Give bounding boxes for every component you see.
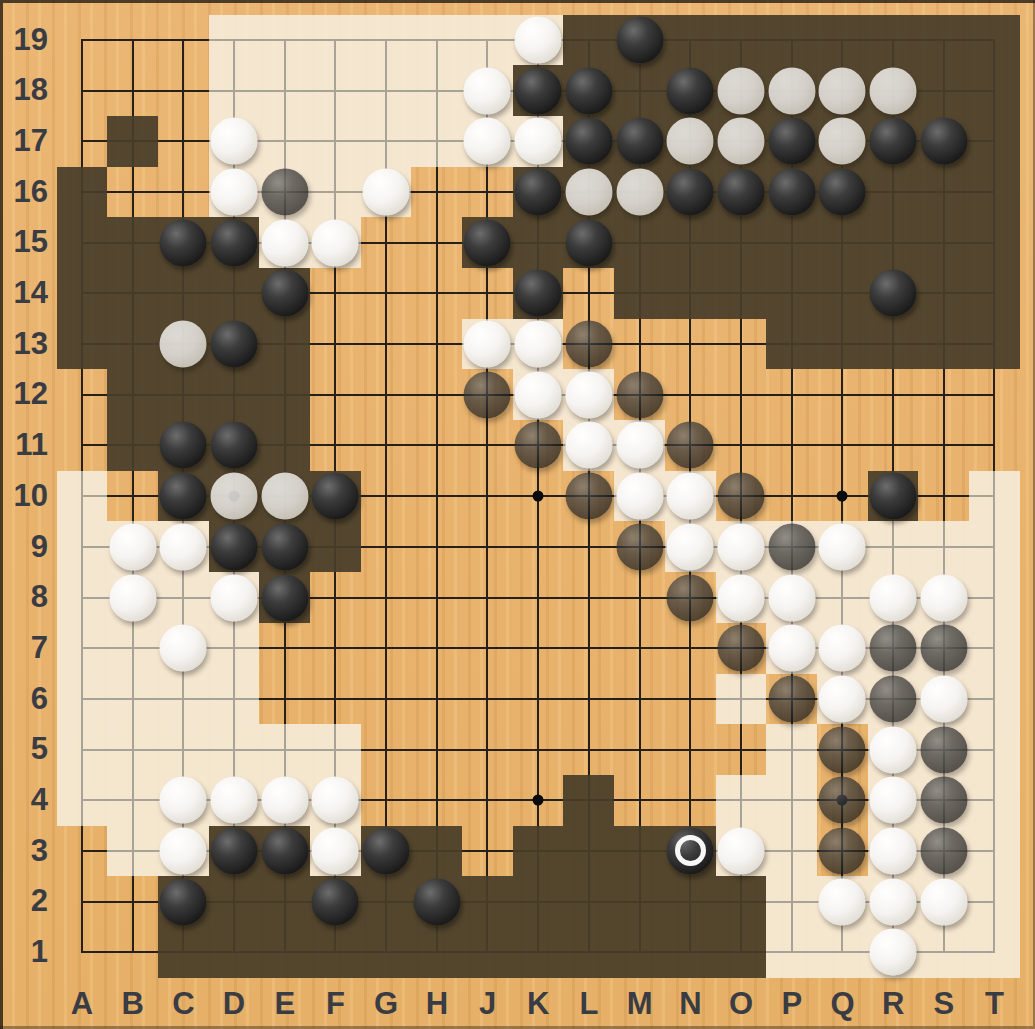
board-point-P16[interactable] [766,167,817,218]
board-point-G6[interactable] [361,674,412,725]
board-point-M14[interactable] [614,268,665,319]
board-point-S17[interactable] [918,116,969,167]
board-point-A6[interactable] [57,674,108,725]
board-point-A14[interactable] [57,268,108,319]
board-point-M16[interactable] [614,167,665,218]
board-point-A15[interactable] [57,217,108,268]
board-point-D4[interactable] [209,775,260,826]
board-point-M6[interactable] [614,674,665,725]
board-point-N19[interactable] [665,15,716,66]
board-point-B18[interactable] [107,65,158,116]
board-point-S14[interactable] [918,268,969,319]
board-point-D19[interactable] [209,15,260,66]
board-point-B16[interactable] [107,167,158,218]
board-point-J3[interactable] [462,826,513,877]
board-point-H6[interactable] [411,674,462,725]
board-point-Q3[interactable] [817,826,868,877]
board-point-M9[interactable] [614,521,665,572]
board-point-D6[interactable] [209,674,260,725]
board-point-N6[interactable] [665,674,716,725]
board-point-A17[interactable] [57,116,108,167]
board-point-J16[interactable] [462,167,513,218]
board-point-S1[interactable] [918,927,969,978]
board-point-F8[interactable] [310,572,361,623]
board-point-A12[interactable] [57,369,108,420]
board-point-E19[interactable] [259,15,310,66]
board-point-M15[interactable] [614,217,665,268]
board-point-M8[interactable] [614,572,665,623]
board-point-L16[interactable] [563,167,614,218]
board-point-D12[interactable] [209,369,260,420]
board-point-R18[interactable] [868,65,919,116]
board-point-K16[interactable] [513,167,564,218]
board-point-K15[interactable] [513,217,564,268]
board-point-P15[interactable] [766,217,817,268]
board-point-B3[interactable] [107,826,158,877]
board-point-M3[interactable] [614,826,665,877]
board-point-P18[interactable] [766,65,817,116]
board-point-D17[interactable] [209,116,260,167]
board-point-G8[interactable] [361,572,412,623]
board-point-R14[interactable] [868,268,919,319]
board-point-S8[interactable] [918,572,969,623]
board-point-C6[interactable] [158,674,209,725]
board-point-S3[interactable] [918,826,969,877]
board-point-L12[interactable] [563,369,614,420]
board-point-G10[interactable] [361,471,412,522]
board-point-N11[interactable] [665,420,716,471]
board-point-L2[interactable] [563,876,614,927]
board-point-B11[interactable] [107,420,158,471]
board-point-H8[interactable] [411,572,462,623]
board-point-J13[interactable] [462,319,513,370]
board-point-S7[interactable] [918,623,969,674]
board-point-J11[interactable] [462,420,513,471]
board-point-F4[interactable] [310,775,361,826]
board-point-O4[interactable] [716,775,767,826]
board-point-K6[interactable] [513,674,564,725]
board-point-H17[interactable] [411,116,462,167]
board-point-N1[interactable] [665,927,716,978]
board-point-M4[interactable] [614,775,665,826]
board-point-A7[interactable] [57,623,108,674]
board-point-S6[interactable] [918,674,969,725]
board-point-T18[interactable] [969,65,1020,116]
board-point-K5[interactable] [513,724,564,775]
board-point-C4[interactable] [158,775,209,826]
board-point-C9[interactable] [158,521,209,572]
board-point-O13[interactable] [716,319,767,370]
board-point-F1[interactable] [310,927,361,978]
board-point-K10[interactable] [513,471,564,522]
board-point-O14[interactable] [716,268,767,319]
board-point-D13[interactable] [209,319,260,370]
board-point-H10[interactable] [411,471,462,522]
board-point-E11[interactable] [259,420,310,471]
board-point-R15[interactable] [868,217,919,268]
board-point-O2[interactable] [716,876,767,927]
board-point-O3[interactable] [716,826,767,877]
board-point-F19[interactable] [310,15,361,66]
board-point-K14[interactable] [513,268,564,319]
board-point-H16[interactable] [411,167,462,218]
board-point-G12[interactable] [361,369,412,420]
board-point-J9[interactable] [462,521,513,572]
board-point-E18[interactable] [259,65,310,116]
board-point-S19[interactable] [918,15,969,66]
board-point-L11[interactable] [563,420,614,471]
board-point-O9[interactable] [716,521,767,572]
board-point-F10[interactable] [310,471,361,522]
board-point-Q11[interactable] [817,420,868,471]
board-point-B4[interactable] [107,775,158,826]
board-point-E13[interactable] [259,319,310,370]
board-point-Q16[interactable] [817,167,868,218]
board-point-H14[interactable] [411,268,462,319]
board-point-S2[interactable] [918,876,969,927]
board-point-L10[interactable] [563,471,614,522]
board-point-M18[interactable] [614,65,665,116]
board-point-D1[interactable] [209,927,260,978]
board-point-K7[interactable] [513,623,564,674]
board-point-G5[interactable] [361,724,412,775]
board-point-G11[interactable] [361,420,412,471]
board-point-S12[interactable] [918,369,969,420]
board-point-J18[interactable] [462,65,513,116]
board-point-S11[interactable] [918,420,969,471]
board-point-O19[interactable] [716,15,767,66]
board-point-P19[interactable] [766,15,817,66]
board-point-B17[interactable] [107,116,158,167]
board-point-T11[interactable] [969,420,1020,471]
board-point-G16[interactable] [361,167,412,218]
board-point-A19[interactable] [57,15,108,66]
board-point-P7[interactable] [766,623,817,674]
board-point-N4[interactable] [665,775,716,826]
board-point-O11[interactable] [716,420,767,471]
board-point-C18[interactable] [158,65,209,116]
board-point-J19[interactable] [462,15,513,66]
board-point-P8[interactable] [766,572,817,623]
board-point-G2[interactable] [361,876,412,927]
board-point-C7[interactable] [158,623,209,674]
board-point-R11[interactable] [868,420,919,471]
board-point-E14[interactable] [259,268,310,319]
board-point-L13[interactable] [563,319,614,370]
board-point-A8[interactable] [57,572,108,623]
board-point-R16[interactable] [868,167,919,218]
board-point-J15[interactable] [462,217,513,268]
board-point-F6[interactable] [310,674,361,725]
board-point-Q6[interactable] [817,674,868,725]
board-point-J4[interactable] [462,775,513,826]
board-point-J10[interactable] [462,471,513,522]
board-point-G3[interactable] [361,826,412,877]
board-point-Q18[interactable] [817,65,868,116]
board-point-C2[interactable] [158,876,209,927]
board-point-Q15[interactable] [817,217,868,268]
board-point-S13[interactable] [918,319,969,370]
board-point-N14[interactable] [665,268,716,319]
board-point-M2[interactable] [614,876,665,927]
board-point-E5[interactable] [259,724,310,775]
board-point-H13[interactable] [411,319,462,370]
board-point-K19[interactable] [513,15,564,66]
board-point-P12[interactable] [766,369,817,420]
board-point-M11[interactable] [614,420,665,471]
board-point-J5[interactable] [462,724,513,775]
board-point-D9[interactable] [209,521,260,572]
board-point-N12[interactable] [665,369,716,420]
board-point-R10[interactable] [868,471,919,522]
board-point-N9[interactable] [665,521,716,572]
board-point-C16[interactable] [158,167,209,218]
board-point-A11[interactable] [57,420,108,471]
board-point-O8[interactable] [716,572,767,623]
board-point-K2[interactable] [513,876,564,927]
board-point-D2[interactable] [209,876,260,927]
board-point-L15[interactable] [563,217,614,268]
board-point-R6[interactable] [868,674,919,725]
board-point-G19[interactable] [361,15,412,66]
board-point-E1[interactable] [259,927,310,978]
board-point-K4[interactable] [513,775,564,826]
board-point-D8[interactable] [209,572,260,623]
board-point-L5[interactable] [563,724,614,775]
board-point-H7[interactable] [411,623,462,674]
board-point-Q19[interactable] [817,15,868,66]
board-point-H2[interactable] [411,876,462,927]
board-point-S18[interactable] [918,65,969,116]
board-point-E7[interactable] [259,623,310,674]
board-point-P4[interactable] [766,775,817,826]
board-point-A9[interactable] [57,521,108,572]
board-point-F2[interactable] [310,876,361,927]
board-point-A2[interactable] [57,876,108,927]
board-point-H15[interactable] [411,217,462,268]
board-point-Q10[interactable] [817,471,868,522]
board-point-F14[interactable] [310,268,361,319]
board-point-C3[interactable] [158,826,209,877]
board-point-G9[interactable] [361,521,412,572]
board-point-R9[interactable] [868,521,919,572]
board-point-G7[interactable] [361,623,412,674]
board-point-G1[interactable] [361,927,412,978]
board-point-T5[interactable] [969,724,1020,775]
board-point-J7[interactable] [462,623,513,674]
board-point-E3[interactable] [259,826,310,877]
board-point-R3[interactable] [868,826,919,877]
board-point-F3[interactable] [310,826,361,877]
board-point-P3[interactable] [766,826,817,877]
board-point-N7[interactable] [665,623,716,674]
board-point-T19[interactable] [969,15,1020,66]
board-point-L17[interactable] [563,116,614,167]
board-point-C13[interactable] [158,319,209,370]
board-point-T17[interactable] [969,116,1020,167]
board-point-E8[interactable] [259,572,310,623]
board-point-O15[interactable] [716,217,767,268]
board-point-T9[interactable] [969,521,1020,572]
board-point-J8[interactable] [462,572,513,623]
board-point-R7[interactable] [868,623,919,674]
board-point-P5[interactable] [766,724,817,775]
board-point-A1[interactable] [57,927,108,978]
board-point-Q1[interactable] [817,927,868,978]
board-point-K9[interactable] [513,521,564,572]
board-point-A13[interactable] [57,319,108,370]
board-point-T12[interactable] [969,369,1020,420]
board-point-S15[interactable] [918,217,969,268]
board-point-G17[interactable] [361,116,412,167]
board-point-Q14[interactable] [817,268,868,319]
board-point-N5[interactable] [665,724,716,775]
board-point-C10[interactable] [158,471,209,522]
board-point-F12[interactable] [310,369,361,420]
board-point-D18[interactable] [209,65,260,116]
board-point-D14[interactable] [209,268,260,319]
board-point-H18[interactable] [411,65,462,116]
board-point-K11[interactable] [513,420,564,471]
board-point-J14[interactable] [462,268,513,319]
board-point-P14[interactable] [766,268,817,319]
board-point-S16[interactable] [918,167,969,218]
board-point-N15[interactable] [665,217,716,268]
board-point-A10[interactable] [57,471,108,522]
board-point-N13[interactable] [665,319,716,370]
board-point-E2[interactable] [259,876,310,927]
board-point-N10[interactable] [665,471,716,522]
board-point-Q5[interactable] [817,724,868,775]
board-point-D10[interactable] [209,471,260,522]
board-point-N2[interactable] [665,876,716,927]
board-point-K12[interactable] [513,369,564,420]
board-point-E4[interactable] [259,775,310,826]
board-point-T14[interactable] [969,268,1020,319]
board-point-J17[interactable] [462,116,513,167]
board-point-T2[interactable] [969,876,1020,927]
board-point-K18[interactable] [513,65,564,116]
board-point-E12[interactable] [259,369,310,420]
board-point-L3[interactable] [563,826,614,877]
board-point-H19[interactable] [411,15,462,66]
board-point-E16[interactable] [259,167,310,218]
board-point-H9[interactable] [411,521,462,572]
board-point-T15[interactable] [969,217,1020,268]
board-point-B5[interactable] [107,724,158,775]
board-point-H1[interactable] [411,927,462,978]
board-point-H4[interactable] [411,775,462,826]
board-point-A5[interactable] [57,724,108,775]
board-point-F15[interactable] [310,217,361,268]
board-point-A16[interactable] [57,167,108,218]
board-point-Q13[interactable] [817,319,868,370]
board-point-B2[interactable] [107,876,158,927]
board-point-T13[interactable] [969,319,1020,370]
board-point-G18[interactable] [361,65,412,116]
board-point-C15[interactable] [158,217,209,268]
board-point-D7[interactable] [209,623,260,674]
board-point-O12[interactable] [716,369,767,420]
board-point-K13[interactable] [513,319,564,370]
board-point-C11[interactable] [158,420,209,471]
board-point-P13[interactable] [766,319,817,370]
board-point-L4[interactable] [563,775,614,826]
board-point-E6[interactable] [259,674,310,725]
board-point-L18[interactable] [563,65,614,116]
board-point-O6[interactable] [716,674,767,725]
board-point-Q17[interactable] [817,116,868,167]
board-point-T16[interactable] [969,167,1020,218]
board-point-R5[interactable] [868,724,919,775]
board-point-Q9[interactable] [817,521,868,572]
board-point-D5[interactable] [209,724,260,775]
board-point-O1[interactable] [716,927,767,978]
board-point-M13[interactable] [614,319,665,370]
board-point-L9[interactable] [563,521,614,572]
board-point-A4[interactable] [57,775,108,826]
board-point-F16[interactable] [310,167,361,218]
board-point-P1[interactable] [766,927,817,978]
board-point-K3[interactable] [513,826,564,877]
board-point-R19[interactable] [868,15,919,66]
board-point-T10[interactable] [969,471,1020,522]
board-point-K8[interactable] [513,572,564,623]
board-point-O16[interactable] [716,167,767,218]
board-point-J12[interactable] [462,369,513,420]
board-point-C5[interactable] [158,724,209,775]
board-point-L7[interactable] [563,623,614,674]
board-point-R13[interactable] [868,319,919,370]
board-point-R2[interactable] [868,876,919,927]
board-point-K1[interactable] [513,927,564,978]
board-point-N18[interactable] [665,65,716,116]
board-point-F5[interactable] [310,724,361,775]
board-point-T3[interactable] [969,826,1020,877]
board-point-H3[interactable] [411,826,462,877]
board-point-R17[interactable] [868,116,919,167]
board-point-B12[interactable] [107,369,158,420]
board-point-P11[interactable] [766,420,817,471]
board-point-S4[interactable] [918,775,969,826]
board-point-E15[interactable] [259,217,310,268]
board-point-P2[interactable] [766,876,817,927]
board-point-F17[interactable] [310,116,361,167]
board-point-B10[interactable] [107,471,158,522]
board-point-M1[interactable] [614,927,665,978]
board-point-N8[interactable] [665,572,716,623]
board-point-B14[interactable] [107,268,158,319]
board-point-D16[interactable] [209,167,260,218]
board-point-M12[interactable] [614,369,665,420]
board-point-R8[interactable] [868,572,919,623]
board-point-H11[interactable] [411,420,462,471]
board-point-F7[interactable] [310,623,361,674]
board-point-Q8[interactable] [817,572,868,623]
board-point-H12[interactable] [411,369,462,420]
board-point-Q2[interactable] [817,876,868,927]
board-point-S10[interactable] [918,471,969,522]
board-point-B7[interactable] [107,623,158,674]
board-point-A18[interactable] [57,65,108,116]
board-point-P6[interactable] [766,674,817,725]
board-point-A3[interactable] [57,826,108,877]
board-point-O17[interactable] [716,116,767,167]
board-point-S9[interactable] [918,521,969,572]
board-point-R12[interactable] [868,369,919,420]
board-point-F13[interactable] [310,319,361,370]
board-point-R1[interactable] [868,927,919,978]
